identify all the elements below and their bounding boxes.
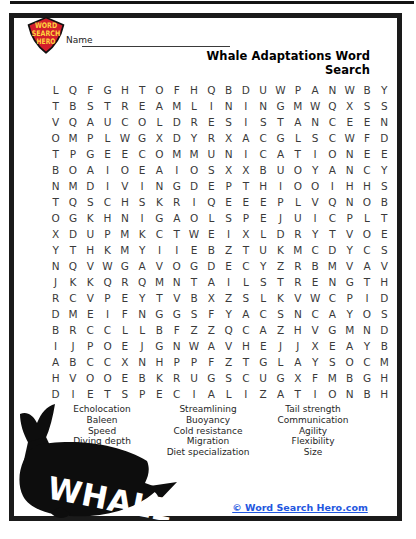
grid-cell[interactable]: U [203,146,220,162]
grid-cell[interactable]: I [220,226,237,242]
grid-cell[interactable]: C [82,354,99,370]
grid-cell[interactable]: O [151,82,168,98]
grid-cell[interactable]: E [220,258,237,274]
grid-cell[interactable]: K [151,194,168,210]
grid-cell[interactable]: O [168,258,185,274]
credit-link[interactable]: © Word Search Hero.com [230,502,370,513]
grid-cell[interactable]: S [376,178,393,194]
grid-cell[interactable]: O [99,338,116,354]
grid-cell[interactable]: D [272,226,289,242]
grid-cell[interactable]: S [376,242,393,258]
grid-cell[interactable]: B [64,354,81,370]
grid-cell[interactable]: R [289,258,306,274]
grid-cell[interactable]: R [168,370,185,386]
grid-cell[interactable]: H [82,242,99,258]
grid-cell[interactable]: I [47,338,64,354]
grid-cell[interactable]: L [272,354,289,370]
grid-cell[interactable]: E [133,162,150,178]
grid-cell[interactable]: V [220,338,237,354]
grid-cell[interactable]: E [376,146,393,162]
grid-cell[interactable]: O [341,354,358,370]
grid-cell[interactable]: N [358,322,375,338]
grid-cell[interactable]: R [203,130,220,146]
grid-cell[interactable]: L [255,290,272,306]
grid-cell[interactable]: T [185,274,202,290]
grid-cell[interactable]: S [358,98,375,114]
grid-cell[interactable]: P [99,290,116,306]
grid-cell[interactable]: L [116,322,133,338]
grid-cell[interactable]: C [306,242,323,258]
grid-cell[interactable]: G [341,274,358,290]
grid-cell[interactable]: O [289,178,306,194]
grid-cell[interactable]: B [64,98,81,114]
grid-cell[interactable]: L [289,130,306,146]
grid-cell[interactable]: O [324,146,341,162]
grid-cell[interactable]: J [272,338,289,354]
grid-cell[interactable]: I [64,386,81,402]
grid-cell[interactable]: J [133,338,150,354]
grid-cell[interactable]: G [151,306,168,322]
grid-cell[interactable]: T [168,226,185,242]
grid-cell[interactable]: Q [203,194,220,210]
grid-cell[interactable]: A [255,322,272,338]
grid-cell[interactable]: Y [306,226,323,242]
grid-cell[interactable]: A [237,130,254,146]
grid-cell[interactable]: T [47,98,64,114]
grid-cell[interactable]: I [203,98,220,114]
grid-cell[interactable]: J [64,338,81,354]
grid-cell[interactable]: L [47,82,64,98]
grid-cell[interactable]: H [47,370,64,386]
grid-cell[interactable]: J [289,338,306,354]
grid-cell[interactable]: I [168,242,185,258]
grid-cell[interactable]: R [116,274,133,290]
grid-cell[interactable]: O [306,178,323,194]
grid-cell[interactable]: D [168,114,185,130]
grid-cell[interactable]: E [116,146,133,162]
grid-cell[interactable]: P [341,210,358,226]
grid-cell[interactable]: D [324,242,341,258]
grid-cell[interactable]: V [341,258,358,274]
grid-cell[interactable]: V [306,194,323,210]
grid-cell[interactable]: A [151,162,168,178]
grid-cell[interactable]: C [324,210,341,226]
grid-cell[interactable]: A [203,274,220,290]
grid-cell[interactable]: Y [133,242,150,258]
grid-cell[interactable]: T [133,82,150,98]
grid-cell[interactable]: X [203,290,220,306]
grid-cell[interactable]: N [376,114,393,130]
grid-cell[interactable]: G [272,98,289,114]
grid-cell[interactable]: L [237,274,254,290]
grid-cell[interactable]: A [341,338,358,354]
grid-cell[interactable]: E [203,178,220,194]
grid-cell[interactable]: P [220,178,237,194]
grid-cell[interactable]: C [116,114,133,130]
grid-cell[interactable]: D [47,386,64,402]
grid-cell[interactable]: K [272,242,289,258]
grid-cell[interactable]: H [376,274,393,290]
grid-cell[interactable]: I [151,242,168,258]
grid-cell[interactable]: B [220,82,237,98]
grid-cell[interactable]: T [289,146,306,162]
grid-cell[interactable]: S [376,98,393,114]
grid-cell[interactable]: N [341,146,358,162]
grid-cell[interactable]: O [324,386,341,402]
grid-cell[interactable]: R [47,290,64,306]
grid-cell[interactable]: Q [64,258,81,274]
grid-cell[interactable]: H [99,210,116,226]
grid-cell[interactable]: Y [376,162,393,178]
grid-cell[interactable]: G [133,130,150,146]
grid-cell[interactable]: Y [341,242,358,258]
grid-cell[interactable]: Q [64,114,81,130]
grid-cell[interactable]: H [341,178,358,194]
grid-cell[interactable]: M [341,322,358,338]
grid-cell[interactable]: I [99,162,116,178]
grid-cell[interactable]: X [220,130,237,146]
grid-cell[interactable]: I [99,306,116,322]
grid-cell[interactable]: Z [220,242,237,258]
grid-cell[interactable]: E [358,146,375,162]
grid-cell[interactable]: A [203,338,220,354]
grid-cell[interactable]: C [306,306,323,322]
grid-cell[interactable]: X [220,162,237,178]
grid-cell[interactable]: L [203,210,220,226]
grid-cell[interactable]: O [151,146,168,162]
grid-cell[interactable]: I [358,290,375,306]
grid-cell[interactable]: G [168,306,185,322]
grid-cell[interactable]: Y [255,258,272,274]
grid-cell[interactable]: J [272,210,289,226]
grid-cell[interactable]: V [151,258,168,274]
grid-cell[interactable]: B [151,322,168,338]
grid-cell[interactable]: K [99,242,116,258]
grid-cell[interactable]: O [64,162,81,178]
grid-cell[interactable]: E [185,242,202,258]
grid-cell[interactable]: N [116,210,133,226]
grid-cell[interactable]: E [203,114,220,130]
grid-cell[interactable]: O [185,162,202,178]
grid-cell[interactable]: B [358,82,375,98]
grid-cell[interactable]: E [203,226,220,242]
grid-cell[interactable]: Y [306,162,323,178]
grid-cell[interactable]: P [82,130,99,146]
grid-cell[interactable]: H [151,354,168,370]
grid-cell[interactable]: X [151,130,168,146]
grid-cell[interactable]: A [272,386,289,402]
grid-cell[interactable]: S [376,306,393,322]
grid-cell[interactable]: I [324,178,341,194]
grid-cell[interactable]: H [376,386,393,402]
grid-cell[interactable]: V [289,290,306,306]
grid-cell[interactable]: T [272,114,289,130]
grid-cell[interactable]: I [237,114,254,130]
grid-cell[interactable]: Q [99,274,116,290]
grid-cell[interactable]: B [255,162,272,178]
grid-cell[interactable]: N [289,306,306,322]
grid-cell[interactable]: N [47,178,64,194]
grid-cell[interactable]: E [341,114,358,130]
grid-cell[interactable]: K [64,274,81,290]
grid-cell[interactable]: E [255,194,272,210]
grid-cell[interactable]: Q [64,194,81,210]
grid-cell[interactable]: V [376,258,393,274]
grid-cell[interactable]: P [341,290,358,306]
grid-cell[interactable]: C [64,290,81,306]
grid-cell[interactable]: G [99,82,116,98]
grid-cell[interactable]: O [289,162,306,178]
grid-cell[interactable]: A [324,162,341,178]
grid-cell[interactable]: M [289,98,306,114]
grid-cell[interactable]: N [306,114,323,130]
grid-cell[interactable]: A [272,146,289,162]
grid-cell[interactable]: N [324,82,341,98]
grid-cell[interactable]: V [82,290,99,306]
grid-cell[interactable]: C [358,162,375,178]
grid-cell[interactable]: B [47,162,64,178]
grid-cell[interactable]: E [151,386,168,402]
grid-cell[interactable]: D [203,258,220,274]
grid-cell[interactable]: U [255,82,272,98]
grid-cell[interactable]: G [324,322,341,338]
grid-cell[interactable]: P [289,82,306,98]
grid-cell[interactable]: Y [376,82,393,98]
grid-cell[interactable]: V [341,226,358,242]
grid-cell[interactable]: H [289,322,306,338]
grid-cell[interactable]: C [82,322,99,338]
grid-cell[interactable]: S [185,306,202,322]
grid-cell[interactable]: B [306,258,323,274]
grid-cell[interactable]: G [358,370,375,386]
grid-cell[interactable]: L [185,98,202,114]
grid-cell[interactable]: H [185,82,202,98]
grid-cell[interactable]: V [168,290,185,306]
grid-cell[interactable]: G [185,258,202,274]
grid-cell[interactable]: S [82,98,99,114]
grid-cell[interactable]: Q [220,322,237,338]
grid-cell[interactable]: A [151,98,168,114]
grid-cell[interactable]: I [272,178,289,194]
grid-cell[interactable]: P [64,146,81,162]
grid-cell[interactable]: S [255,114,272,130]
grid-cell[interactable]: C [99,322,116,338]
grid-cell[interactable]: E [220,194,237,210]
grid-cell[interactable]: N [341,194,358,210]
grid-cell[interactable]: E [255,338,272,354]
grid-cell[interactable]: I [185,386,202,402]
grid-cell[interactable]: S [255,274,272,290]
grid-cell[interactable]: G [168,178,185,194]
grid-cell[interactable]: T [151,290,168,306]
grid-cell[interactable]: R [64,322,81,338]
grid-cell[interactable]: S [237,290,254,306]
grid-cell[interactable]: V [306,322,323,338]
grid-cell[interactable]: O [99,370,116,386]
grid-cell[interactable]: E [306,274,323,290]
grid-cell[interactable]: B [376,338,393,354]
grid-cell[interactable]: Y [185,130,202,146]
grid-cell[interactable]: S [220,210,237,226]
grid-cell[interactable]: O [82,370,99,386]
grid-cell[interactable]: W [99,258,116,274]
grid-cell[interactable]: D [185,178,202,194]
grid-cell[interactable]: F [358,130,375,146]
grid-cell[interactable]: L [151,114,168,130]
grid-cell[interactable]: Z [255,386,272,402]
grid-cell[interactable]: C [324,114,341,130]
grid-cell[interactable]: F [168,322,185,338]
grid-cell[interactable]: Q [324,194,341,210]
grid-cell[interactable]: K [272,290,289,306]
grid-cell[interactable]: U [272,162,289,178]
grid-cell[interactable]: X [237,226,254,242]
grid-cell[interactable]: G [255,354,272,370]
grid-cell[interactable]: E [237,194,254,210]
grid-cell[interactable]: N [133,306,150,322]
grid-cell[interactable]: O [358,306,375,322]
grid-cell[interactable]: F [116,306,133,322]
grid-cell[interactable]: E [82,386,99,402]
grid-cell[interactable]: N [47,258,64,274]
grid-cell[interactable]: H [376,370,393,386]
grid-cell[interactable]: F [203,306,220,322]
grid-cell[interactable]: A [203,386,220,402]
grid-cell[interactable]: W [341,130,358,146]
grid-cell[interactable]: M [185,146,202,162]
grid-cell[interactable]: N [220,146,237,162]
grid-cell[interactable]: Q [133,274,150,290]
grid-cell[interactable]: J [47,274,64,290]
grid-cell[interactable]: X [237,162,254,178]
grid-cell[interactable]: T [376,210,393,226]
grid-cell[interactable]: O [47,210,64,226]
grid-cell[interactable]: C [237,370,254,386]
grid-cell[interactable]: T [47,146,64,162]
grid-cell[interactable]: E [358,114,375,130]
grid-cell[interactable]: N [133,354,150,370]
grid-cell[interactable]: I [237,98,254,114]
grid-cell[interactable]: M [289,242,306,258]
grid-cell[interactable]: G [203,370,220,386]
grid-cell[interactable]: R [289,274,306,290]
grid-cell[interactable]: U [255,370,272,386]
grid-cell[interactable]: G [82,146,99,162]
grid-cell[interactable]: U [82,226,99,242]
grid-cell[interactable]: O [358,194,375,210]
grid-cell[interactable]: R [168,194,185,210]
grid-cell[interactable]: B [341,370,358,386]
grid-cell[interactable]: G [116,258,133,274]
grid-cell[interactable]: I [306,210,323,226]
grid-cell[interactable]: E [116,370,133,386]
grid-cell[interactable]: E [82,306,99,322]
grid-cell[interactable]: S [220,114,237,130]
grid-cell[interactable]: E [376,226,393,242]
grid-cell[interactable]: U [255,242,272,258]
grid-cell[interactable]: B [358,386,375,402]
grid-cell[interactable]: F [82,82,99,98]
grid-cell[interactable]: W [306,290,323,306]
grid-cell[interactable]: F [306,370,323,386]
grid-cell[interactable]: A [47,354,64,370]
grid-cell[interactable]: X [116,354,133,370]
grid-cell[interactable]: E [133,98,150,114]
grid-cell[interactable]: A [133,258,150,274]
grid-cell[interactable]: D [47,306,64,322]
grid-cell[interactable]: T [237,178,254,194]
grid-cell[interactable]: M [324,370,341,386]
grid-cell[interactable]: Z [203,322,220,338]
grid-cell[interactable]: Z [185,322,202,338]
grid-cell[interactable]: K [133,226,150,242]
grid-cell[interactable]: A [289,354,306,370]
grid-cell[interactable]: M [151,274,168,290]
grid-cell[interactable]: K [82,274,99,290]
grid-cell[interactable]: A [237,306,254,322]
grid-cell[interactable]: S [203,162,220,178]
grid-cell[interactable]: V [64,370,81,386]
grid-cell[interactable]: X [306,338,323,354]
grid-cell[interactable]: S [82,194,99,210]
grid-cell[interactable]: D [237,82,254,98]
grid-cell[interactable]: R [289,226,306,242]
grid-cell[interactable]: T [324,226,341,242]
grid-cell[interactable]: I [185,194,202,210]
grid-cell[interactable]: C [99,194,116,210]
grid-cell[interactable]: S [220,370,237,386]
grid-cell[interactable]: H [116,82,133,98]
grid-cell[interactable]: U [99,114,116,130]
grid-cell[interactable]: P [272,194,289,210]
grid-cell[interactable]: T [99,98,116,114]
grid-cell[interactable]: P [99,226,116,242]
grid-cell[interactable]: N [168,338,185,354]
grid-cell[interactable]: L [99,130,116,146]
grid-cell[interactable]: G [272,370,289,386]
grid-cell[interactable]: D [376,130,393,146]
grid-cell[interactable]: S [272,306,289,322]
grid-cell[interactable]: M [376,354,393,370]
grid-cell[interactable]: W [185,338,202,354]
grid-cell[interactable]: G [64,210,81,226]
grid-cell[interactable]: C [255,306,272,322]
grid-cell[interactable]: Y [47,242,64,258]
grid-cell[interactable]: K [151,370,168,386]
grid-cell[interactable]: H [358,178,375,194]
grid-cell[interactable]: M [168,146,185,162]
grid-cell[interactable]: D [82,178,99,194]
grid-cell[interactable]: U [185,370,202,386]
grid-cell[interactable]: Y [306,354,323,370]
grid-cell[interactable]: W [116,130,133,146]
grid-cell[interactable]: H [255,178,272,194]
grid-cell[interactable]: A [82,162,99,178]
grid-cell[interactable]: G [151,338,168,354]
grid-cell[interactable]: T [289,386,306,402]
grid-cell[interactable]: S [306,130,323,146]
grid-cell[interactable]: Z [220,290,237,306]
grid-cell[interactable]: O [133,114,150,130]
grid-cell[interactable]: C [324,130,341,146]
grid-cell[interactable]: W [185,226,202,242]
grid-cell[interactable]: C [324,290,341,306]
grid-cell[interactable]: L [289,194,306,210]
grid-cell[interactable]: S [324,354,341,370]
grid-cell[interactable]: C [133,146,150,162]
grid-cell[interactable]: M [116,242,133,258]
grid-cell[interactable]: O [185,210,202,226]
